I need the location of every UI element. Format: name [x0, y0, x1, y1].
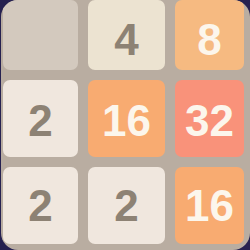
tile: 8	[175, 0, 244, 70]
tile: 2	[3, 80, 78, 157]
tile: 2	[88, 167, 165, 244]
tile: 16	[175, 167, 244, 244]
tile: 16	[88, 80, 165, 157]
tile: 2	[3, 167, 78, 244]
tile: 32	[175, 80, 244, 157]
board-grid[interactable]: 4 8 2 16 32 2 2 16	[1, 0, 250, 250]
game-stage: 4 8 2 16 32 2 2 16	[0, 0, 250, 250]
empty-cell	[3, 0, 78, 70]
tile: 4	[88, 0, 165, 70]
